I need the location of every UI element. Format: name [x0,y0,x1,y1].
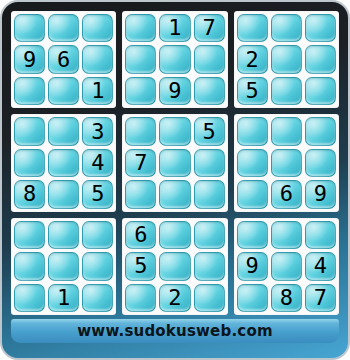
cell-r3c5[interactable]: 9 [159,77,190,105]
cell-r8c2[interactable] [48,252,79,280]
cell-r6c1[interactable]: 8 [14,180,45,208]
cell-r9c9[interactable]: 7 [305,284,336,312]
cell-r9c3[interactable] [82,284,113,312]
cell-r4c3[interactable]: 3 [82,117,113,145]
cell-r5c8[interactable] [271,149,302,177]
cell-r7c1[interactable] [14,221,45,249]
cell-r4c6[interactable]: 5 [194,117,225,145]
cell-r5c3[interactable]: 4 [82,149,113,177]
cell-r5c1[interactable] [14,149,45,177]
cell-r7c9[interactable] [305,221,336,249]
cell-r8c6[interactable] [194,252,225,280]
box-8: 652 [122,218,227,315]
site-watermark-label: www.sudokusweb.com [77,322,272,340]
cell-r7c5[interactable] [159,221,190,249]
cell-r1c2[interactable] [48,14,79,42]
cell-r6c2[interactable] [48,180,79,208]
cell-r6c8[interactable]: 6 [271,180,302,208]
cell-r9c8[interactable]: 8 [271,284,302,312]
cell-r6c4[interactable] [125,180,156,208]
sudoku-grid: 961179253485576916529487 [11,11,339,315]
cell-r8c4[interactable]: 5 [125,252,156,280]
cell-r5c7[interactable] [237,149,268,177]
cell-r5c4[interactable]: 7 [125,149,156,177]
cell-r8c5[interactable] [159,252,190,280]
cell-r3c1[interactable] [14,77,45,105]
cell-r6c7[interactable] [237,180,268,208]
cell-r4c9[interactable] [305,117,336,145]
cell-r7c2[interactable] [48,221,79,249]
box-3: 25 [234,11,339,108]
cell-r3c8[interactable] [271,77,302,105]
cell-r9c1[interactable] [14,284,45,312]
cell-r7c7[interactable] [237,221,268,249]
cell-r2c5[interactable] [159,45,190,73]
cell-r6c6[interactable] [194,180,225,208]
box-1: 961 [11,11,116,108]
cell-r9c2[interactable]: 1 [48,284,79,312]
cell-r6c9[interactable]: 9 [305,180,336,208]
cell-r1c5[interactable]: 1 [159,14,190,42]
cell-r9c4[interactable] [125,284,156,312]
cell-r1c9[interactable] [305,14,336,42]
cell-r1c8[interactable] [271,14,302,42]
cell-r8c1[interactable] [14,252,45,280]
cell-r4c2[interactable] [48,117,79,145]
cell-r7c6[interactable] [194,221,225,249]
cell-r4c5[interactable] [159,117,190,145]
cell-r5c5[interactable] [159,149,190,177]
cell-r2c9[interactable] [305,45,336,73]
box-7: 1 [11,218,116,315]
cell-r7c4[interactable]: 6 [125,221,156,249]
site-watermark: www.sudokusweb.com [11,319,339,343]
box-2: 179 [122,11,227,108]
sudoku-board: 961179253485576916529487 www.sudokusweb.… [0,0,350,360]
cell-r9c5[interactable]: 2 [159,284,190,312]
box-9: 9487 [234,218,339,315]
cell-r3c6[interactable] [194,77,225,105]
cell-r2c6[interactable] [194,45,225,73]
cell-r4c7[interactable] [237,117,268,145]
cell-r8c9[interactable]: 4 [305,252,336,280]
cell-r6c5[interactable] [159,180,190,208]
cell-r3c4[interactable] [125,77,156,105]
cell-r3c9[interactable] [305,77,336,105]
cell-r4c8[interactable] [271,117,302,145]
box-4: 3485 [11,114,116,211]
cell-r2c3[interactable] [82,45,113,73]
cell-r1c1[interactable] [14,14,45,42]
cell-r6c3[interactable]: 5 [82,180,113,208]
cell-r5c2[interactable] [48,149,79,177]
cell-r7c3[interactable] [82,221,113,249]
cell-r2c8[interactable] [271,45,302,73]
cell-r8c3[interactable] [82,252,113,280]
box-6: 69 [234,114,339,211]
cell-r2c1[interactable]: 9 [14,45,45,73]
cell-r4c1[interactable] [14,117,45,145]
cell-r4c4[interactable] [125,117,156,145]
cell-r1c3[interactable] [82,14,113,42]
cell-r3c7[interactable]: 5 [237,77,268,105]
cell-r3c3[interactable]: 1 [82,77,113,105]
cell-r2c4[interactable] [125,45,156,73]
cell-r7c8[interactable] [271,221,302,249]
cell-r2c7[interactable]: 2 [237,45,268,73]
cell-r2c2[interactable]: 6 [48,45,79,73]
cell-r1c6[interactable]: 7 [194,14,225,42]
cell-r5c9[interactable] [305,149,336,177]
box-5: 57 [122,114,227,211]
cell-r1c4[interactable] [125,14,156,42]
cell-r9c7[interactable] [237,284,268,312]
cell-r8c7[interactable]: 9 [237,252,268,280]
cell-r3c2[interactable] [48,77,79,105]
cell-r1c7[interactable] [237,14,268,42]
cell-r9c6[interactable] [194,284,225,312]
cell-r8c8[interactable] [271,252,302,280]
cell-r5c6[interactable] [194,149,225,177]
